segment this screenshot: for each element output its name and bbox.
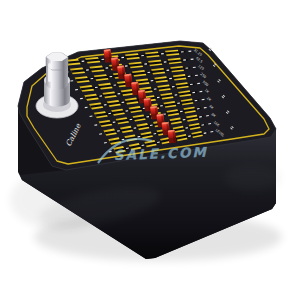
watermark-text: SALE.COM	[114, 144, 208, 163]
product-photo: 31.2562.51252505001K2K4K8K16KLEVEL Calin…	[0, 0, 300, 300]
side-face-sheen	[224, 165, 280, 191]
pedal-illustration: 31.2562.51252505001K2K4K8K16KLEVEL Calin…	[0, 0, 300, 300]
footswitch-highlight	[48, 63, 51, 82]
